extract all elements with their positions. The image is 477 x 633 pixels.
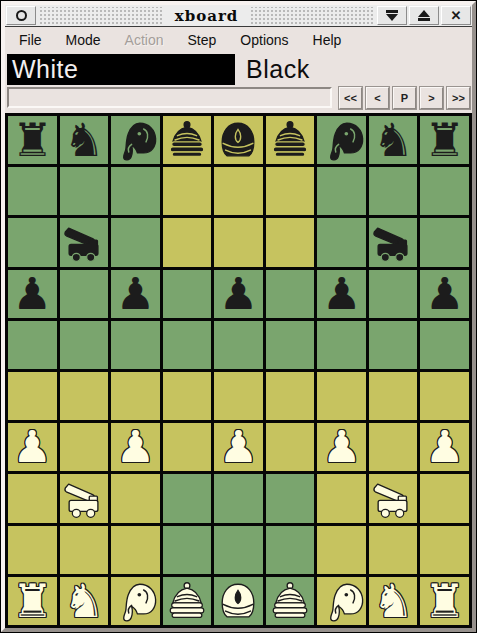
piece-black-advisor [164, 117, 210, 163]
piece-black-king [215, 117, 261, 163]
expand-icon [418, 10, 430, 21]
square-e8[interactable] [214, 218, 263, 266]
square-f4[interactable] [266, 423, 315, 471]
square-b2[interactable] [60, 526, 109, 574]
square-d7[interactable] [163, 270, 212, 318]
window-shade-button[interactable] [377, 6, 407, 25]
piece-black-knight: ♞ [63, 117, 104, 163]
square-i6[interactable] [420, 321, 469, 369]
square-h2[interactable] [369, 526, 418, 574]
message-field[interactable] [7, 87, 332, 108]
piece-white-pawn: ♟ [322, 425, 361, 469]
menu-file[interactable]: File [19, 32, 42, 48]
square-g6[interactable] [317, 321, 366, 369]
piece-white-cannon [370, 475, 416, 521]
titlebar: xboard ✕ [5, 5, 472, 27]
square-h8[interactable] [369, 218, 418, 266]
square-g1[interactable] [317, 577, 366, 625]
menu-bar: File Mode Action Step Options Help [5, 27, 472, 52]
window-close-button[interactable]: ✕ [441, 6, 471, 25]
square-h3[interactable] [369, 474, 418, 522]
square-c4[interactable]: ♟ [111, 423, 160, 471]
square-i4[interactable]: ♟ [420, 423, 469, 471]
square-d8[interactable] [163, 218, 212, 266]
square-e6[interactable] [214, 321, 263, 369]
square-d9[interactable] [163, 167, 212, 215]
menu-mode[interactable]: Mode [66, 32, 101, 48]
square-e7[interactable]: ♟ [214, 270, 263, 318]
piece-white-advisor [267, 578, 313, 624]
shade-icon [386, 10, 398, 21]
square-f6[interactable] [266, 321, 315, 369]
square-f10[interactable] [266, 116, 315, 164]
square-a10[interactable]: ♜ [8, 116, 57, 164]
square-b10[interactable]: ♞ [60, 116, 109, 164]
menu-help[interactable]: Help [313, 32, 342, 48]
square-b5[interactable] [60, 372, 109, 420]
square-h9[interactable] [369, 167, 418, 215]
square-a9[interactable] [8, 167, 57, 215]
square-d4[interactable] [163, 423, 212, 471]
piece-white-pawn: ♟ [425, 425, 464, 469]
nav-buttons: << < P > >> [339, 87, 470, 109]
square-c1[interactable] [111, 577, 160, 625]
square-c7[interactable]: ♟ [111, 270, 160, 318]
menu-action: Action [125, 32, 164, 48]
piece-black-pawn: ♟ [322, 272, 361, 316]
square-g9[interactable] [317, 167, 366, 215]
window-menu-button[interactable] [6, 6, 36, 25]
titlebar-grip-right[interactable] [249, 7, 375, 24]
titlebar-grip-left[interactable] [38, 7, 164, 24]
square-h5[interactable] [369, 372, 418, 420]
piece-black-cannon [370, 219, 416, 265]
rewind-to-start-button[interactable]: << [339, 87, 362, 109]
piece-black-rook: ♜ [12, 117, 53, 163]
square-d6[interactable] [163, 321, 212, 369]
square-b7[interactable] [60, 270, 109, 318]
square-a4[interactable]: ♟ [8, 423, 57, 471]
piece-white-elephant [112, 578, 158, 624]
piece-white-knight: ♞ [63, 578, 104, 624]
square-c6[interactable] [111, 321, 160, 369]
square-b4[interactable] [60, 423, 109, 471]
square-i3[interactable] [420, 474, 469, 522]
square-g10[interactable] [317, 116, 366, 164]
square-a5[interactable] [8, 372, 57, 420]
piece-white-pawn: ♟ [116, 425, 155, 469]
black-clock: Black [235, 54, 310, 85]
close-icon: ✕ [451, 9, 462, 22]
back-button[interactable]: < [366, 87, 389, 109]
square-b9[interactable] [60, 167, 109, 215]
square-h1[interactable]: ♞ [369, 577, 418, 625]
square-c9[interactable] [111, 167, 160, 215]
square-d3[interactable] [163, 474, 212, 522]
square-i10[interactable]: ♜ [420, 116, 469, 164]
piece-white-rook: ♜ [424, 578, 465, 624]
square-g4[interactable]: ♟ [317, 423, 366, 471]
square-a2[interactable] [8, 526, 57, 574]
square-b8[interactable] [60, 218, 109, 266]
square-f8[interactable] [266, 218, 315, 266]
square-f3[interactable] [266, 474, 315, 522]
fast-forward-button[interactable]: >> [447, 87, 470, 109]
piece-black-elephant [112, 117, 158, 163]
square-f1[interactable] [266, 577, 315, 625]
square-h4[interactable] [369, 423, 418, 471]
square-e3[interactable] [214, 474, 263, 522]
square-i5[interactable] [420, 372, 469, 420]
square-e9[interactable] [214, 167, 263, 215]
square-d1[interactable] [163, 577, 212, 625]
piece-white-pawn: ♟ [219, 425, 258, 469]
square-i8[interactable] [420, 218, 469, 266]
piece-black-rook: ♜ [424, 117, 465, 163]
square-a3[interactable] [8, 474, 57, 522]
forward-button[interactable]: > [420, 87, 443, 109]
square-f2[interactable] [266, 526, 315, 574]
window-frame: xboard ✕ File Mode Action Step Options [1, 1, 476, 632]
square-c3[interactable] [111, 474, 160, 522]
piece-white-knight: ♞ [373, 578, 414, 624]
square-g8[interactable] [317, 218, 366, 266]
piece-white-king [215, 578, 261, 624]
square-i9[interactable] [420, 167, 469, 215]
piece-black-advisor [267, 117, 313, 163]
square-b1[interactable]: ♞ [60, 577, 109, 625]
piece-black-pawn: ♟ [116, 272, 155, 316]
square-b3[interactable] [60, 474, 109, 522]
square-i1[interactable]: ♜ [420, 577, 469, 625]
window-expand-button[interactable] [409, 6, 439, 25]
square-c2[interactable] [111, 526, 160, 574]
piece-black-knight: ♞ [373, 117, 414, 163]
square-e1[interactable] [214, 577, 263, 625]
square-d5[interactable] [163, 372, 212, 420]
square-e5[interactable] [214, 372, 263, 420]
square-a6[interactable] [8, 321, 57, 369]
white-clock: White [7, 54, 235, 85]
piece-white-advisor [164, 578, 210, 624]
piece-white-pawn: ♟ [13, 425, 52, 469]
square-e10[interactable] [214, 116, 263, 164]
piece-black-elephant [319, 117, 365, 163]
square-a7[interactable]: ♟ [8, 270, 57, 318]
square-g7[interactable]: ♟ [317, 270, 366, 318]
square-h6[interactable] [369, 321, 418, 369]
square-h7[interactable] [369, 270, 418, 318]
pause-button[interactable]: P [393, 87, 416, 109]
menu-step[interactable]: Step [188, 32, 217, 48]
square-c8[interactable] [111, 218, 160, 266]
square-a8[interactable] [8, 218, 57, 266]
square-c10[interactable] [111, 116, 160, 164]
square-d10[interactable] [163, 116, 212, 164]
square-h10[interactable]: ♞ [369, 116, 418, 164]
piece-black-pawn: ♟ [13, 272, 52, 316]
menu-options[interactable]: Options [240, 32, 288, 48]
square-i7[interactable]: ♟ [420, 270, 469, 318]
square-g3[interactable] [317, 474, 366, 522]
square-f5[interactable] [266, 372, 315, 420]
square-e4[interactable]: ♟ [214, 423, 263, 471]
square-f7[interactable] [266, 270, 315, 318]
square-i2[interactable] [420, 526, 469, 574]
square-d2[interactable] [163, 526, 212, 574]
piece-black-pawn: ♟ [425, 272, 464, 316]
square-a1[interactable]: ♜ [8, 577, 57, 625]
piece-white-cannon [61, 475, 107, 521]
clock-row: White Black [5, 52, 472, 86]
square-e2[interactable] [214, 526, 263, 574]
square-c5[interactable] [111, 372, 160, 420]
xiangqi-board: ♜♞♞♜♟♟♟♟♟♟♟♟♟♟♜♞♞♜ [5, 113, 472, 628]
piece-black-pawn: ♟ [219, 272, 258, 316]
message-row: << < P > >> [5, 86, 472, 113]
circle-icon [16, 10, 27, 21]
square-f9[interactable] [266, 167, 315, 215]
piece-white-rook: ♜ [12, 578, 53, 624]
square-g5[interactable] [317, 372, 366, 420]
xboard-window: xboard ✕ File Mode Action Step Options [0, 0, 477, 633]
piece-white-elephant [319, 578, 365, 624]
square-b6[interactable] [60, 321, 109, 369]
square-g2[interactable] [317, 526, 366, 574]
piece-black-cannon [61, 219, 107, 265]
window-title: xboard [165, 7, 249, 25]
